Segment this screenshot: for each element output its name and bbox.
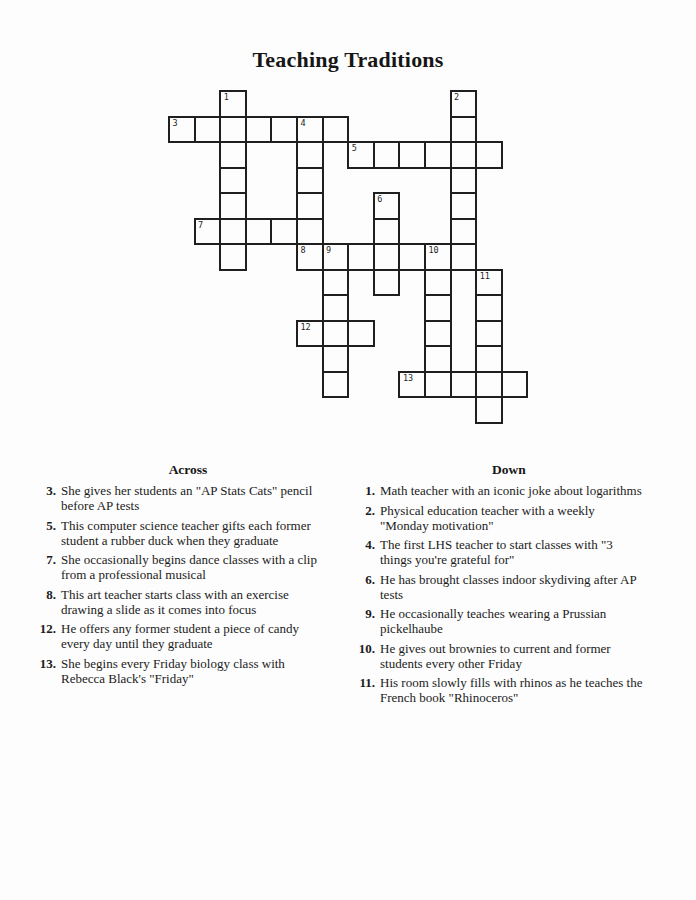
cell-r11-c10[interactable]: [424, 371, 452, 399]
clue-text: His room slowly fills with rhinos as he …: [380, 675, 643, 705]
cell-r7-c10[interactable]: [424, 269, 452, 297]
down-clue-list: 1.Math teacher with an iconic joke about…: [349, 483, 669, 705]
cell-r10-c10[interactable]: [424, 345, 452, 373]
cell-r12-c12[interactable]: [475, 396, 503, 424]
clue-text: She gives her students an "AP Stats Cats…: [61, 483, 312, 513]
cell-r2-c5[interactable]: [296, 141, 324, 169]
cell-r11-c11[interactable]: [450, 371, 478, 399]
cell-r8-c6[interactable]: [322, 294, 350, 322]
clue-text: She begins every Friday biology class wi…: [61, 656, 285, 686]
cell-r1-c4[interactable]: [270, 116, 298, 144]
clue-text: Math teacher with an iconic joke about l…: [380, 483, 642, 498]
cell-r9-c12[interactable]: [475, 320, 503, 348]
cell-r1-c3[interactable]: [245, 116, 273, 144]
cell-r0-c11[interactable]: 2: [450, 90, 478, 118]
cell-r1-c1[interactable]: [194, 116, 222, 144]
clue-text: She occasionally begins dance classes wi…: [61, 552, 317, 582]
clue-number-1: 1: [224, 93, 229, 102]
across-header: Across: [30, 462, 346, 477]
cell-r11-c13[interactable]: [501, 371, 529, 399]
cell-r3-c5[interactable]: [296, 167, 324, 195]
down-clue-2: 2.Physical education teacher with a week…: [349, 503, 669, 533]
cell-r8-c12[interactable]: [475, 294, 503, 322]
cell-r6-c6[interactable]: 9: [322, 243, 350, 271]
crossword-grid: 12345678910111213: [168, 90, 529, 424]
clue-text: He occasionally teaches wearing a Prussi…: [380, 606, 606, 636]
across-clue-7: 7.She occasionally begins dance classes …: [30, 552, 346, 582]
clue-label: 3.: [30, 483, 56, 513]
cell-r4-c5[interactable]: [296, 192, 324, 220]
clue-number-3: 3: [173, 119, 178, 128]
cell-r7-c8[interactable]: [373, 269, 401, 297]
cell-r6-c9[interactable]: [398, 243, 426, 271]
cell-r1-c11[interactable]: [450, 116, 478, 144]
clue-label: 10.: [349, 641, 375, 671]
down-clue-10: 10.He gives out brownies to current and …: [349, 641, 669, 671]
cell-r5-c5[interactable]: [296, 218, 324, 246]
clue-label: 6.: [349, 572, 375, 602]
clue-label: 9.: [349, 606, 375, 636]
down-clues-section: Down 1.Math teacher with an iconic joke …: [349, 462, 669, 710]
cell-r6-c10[interactable]: 10: [424, 243, 452, 271]
cell-r2-c9[interactable]: [398, 141, 426, 169]
cell-r1-c5[interactable]: 4: [296, 116, 324, 144]
cell-r3-c2[interactable]: [219, 167, 247, 195]
cell-r9-c7[interactable]: [347, 320, 375, 348]
cell-r9-c5[interactable]: 12: [296, 320, 324, 348]
clue-number-2: 2: [454, 93, 459, 102]
puzzle-title: Teaching Traditions: [0, 47, 696, 73]
cell-r9-c6[interactable]: [322, 320, 350, 348]
clue-number-13: 13: [403, 374, 413, 383]
clue-number-9: 9: [326, 246, 331, 255]
cell-r5-c8[interactable]: [373, 218, 401, 246]
cell-r5-c1[interactable]: 7: [194, 218, 222, 246]
cell-r7-c6[interactable]: [322, 269, 350, 297]
down-header: Down: [349, 462, 669, 477]
cell-r11-c6[interactable]: [322, 371, 350, 399]
cell-r2-c2[interactable]: [219, 141, 247, 169]
clue-text: He offers any former student a piece of …: [61, 621, 299, 651]
across-clue-list: 3.She gives her students an "AP Stats Ca…: [30, 483, 346, 686]
cell-r2-c10[interactable]: [424, 141, 452, 169]
cell-r6-c2[interactable]: [219, 243, 247, 271]
cell-r6-c11[interactable]: [450, 243, 478, 271]
down-clue-1: 1.Math teacher with an iconic joke about…: [349, 483, 669, 498]
clue-number-8: 8: [301, 246, 306, 255]
down-clue-6: 6.He has brought classes indoor skydivin…: [349, 572, 669, 602]
cell-r2-c11[interactable]: [450, 141, 478, 169]
clue-label: 2.: [349, 503, 375, 533]
cell-r1-c6[interactable]: [322, 116, 350, 144]
cell-r2-c7[interactable]: 5: [347, 141, 375, 169]
clue-number-11: 11: [480, 272, 490, 281]
down-clue-11: 11.His room slowly fills with rhinos as …: [349, 675, 669, 705]
clue-text: Physical education teacher with a weekly…: [380, 503, 595, 533]
cell-r11-c9[interactable]: 13: [398, 371, 426, 399]
clue-text: He gives out brownies to current and for…: [380, 641, 611, 671]
cell-r3-c11[interactable]: [450, 167, 478, 195]
across-clues-section: Across 3.She gives her students an "AP S…: [30, 462, 346, 690]
cell-r4-c2[interactable]: [219, 192, 247, 220]
cell-r4-c8[interactable]: 6: [373, 192, 401, 220]
clue-number-6: 6: [377, 195, 382, 204]
cell-r6-c7[interactable]: [347, 243, 375, 271]
clue-number-5: 5: [352, 144, 357, 153]
clue-label: 13.: [30, 656, 56, 686]
cell-r5-c3[interactable]: [245, 218, 273, 246]
clue-label: 11.: [349, 675, 375, 705]
clue-text: This art teacher starts class with an ex…: [61, 587, 289, 617]
across-clue-5: 5.This computer science teacher gifts ea…: [30, 518, 346, 548]
clue-text: The first LHS teacher to start classes w…: [380, 537, 613, 567]
across-clue-12: 12.He offers any former student a piece …: [30, 621, 346, 651]
clue-number-4: 4: [301, 119, 306, 128]
cell-r4-c11[interactable]: [450, 192, 478, 220]
cell-r5-c2[interactable]: [219, 218, 247, 246]
down-clue-9: 9.He occasionally teaches wearing a Prus…: [349, 606, 669, 636]
clue-label: 1.: [349, 483, 375, 498]
cell-r9-c10[interactable]: [424, 320, 452, 348]
clue-number-7: 7: [198, 221, 203, 230]
cell-r7-c12[interactable]: 11: [475, 269, 503, 297]
clue-text: He has brought classes indoor skydiving …: [380, 572, 637, 602]
cell-r1-c2[interactable]: [219, 116, 247, 144]
cell-r2-c8[interactable]: [373, 141, 401, 169]
puzzle-page: Teaching Traditions 12345678910111213 Ac…: [0, 0, 696, 900]
down-clue-4: 4.The first LHS teacher to start classes…: [349, 537, 669, 567]
cell-r2-c12[interactable]: [475, 141, 503, 169]
cell-r1-c0[interactable]: 3: [168, 116, 196, 144]
clue-label: 8.: [30, 587, 56, 617]
cell-r6-c5[interactable]: 8: [296, 243, 324, 271]
cell-r10-c12[interactable]: [475, 345, 503, 373]
cell-r6-c8[interactable]: [373, 243, 401, 271]
across-clue-3: 3.She gives her students an "AP Stats Ca…: [30, 483, 346, 513]
across-clue-8: 8.This art teacher starts class with an …: [30, 587, 346, 617]
cell-r5-c4[interactable]: [270, 218, 298, 246]
cell-r11-c12[interactable]: [475, 371, 503, 399]
across-clue-13: 13.She begins every Friday biology class…: [30, 656, 346, 686]
cell-r0-c2[interactable]: 1: [219, 90, 247, 118]
clue-text: This computer science teacher gifts each…: [61, 518, 311, 548]
clue-label: 4.: [349, 537, 375, 567]
cell-r10-c6[interactable]: [322, 345, 350, 373]
clue-label: 7.: [30, 552, 56, 582]
clue-label: 5.: [30, 518, 56, 548]
cell-r8-c10[interactable]: [424, 294, 452, 322]
clue-number-12: 12: [301, 323, 311, 332]
clue-number-10: 10: [429, 246, 439, 255]
cell-r5-c11[interactable]: [450, 218, 478, 246]
clue-label: 12.: [30, 621, 56, 651]
